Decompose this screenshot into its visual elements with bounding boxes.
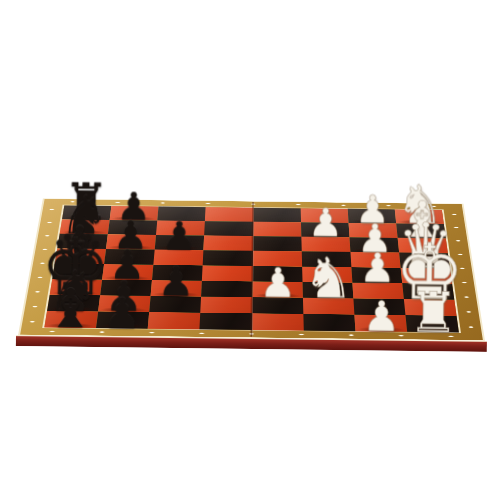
square-d8[interactable] xyxy=(205,207,253,222)
square-c6[interactable]: ♟ xyxy=(155,235,205,250)
square-d4[interactable] xyxy=(202,265,252,281)
board-gold-frame: ♜♟♟♞♞♟♝♟♟♟♝♛♛♟♟♚♟♟♞♚♞♟♝♟♟♜ xyxy=(18,199,485,341)
square-c3[interactable]: ♟ xyxy=(151,280,202,296)
square-d5[interactable] xyxy=(203,250,253,266)
square-d7[interactable] xyxy=(204,221,252,236)
chess-board: ♜♟♟♞♞♟♝♟♟♟♝♛♛♟♟♚♟♟♞♚♞♟♝♟♟♜ xyxy=(18,199,485,341)
square-d1[interactable] xyxy=(200,313,252,330)
square-h1[interactable]: ♜ xyxy=(405,315,458,332)
square-e7[interactable] xyxy=(253,222,301,237)
square-d3[interactable] xyxy=(201,281,252,297)
square-e1[interactable] xyxy=(252,313,304,330)
product-photo-stage: ♜♟♟♞♞♟♝♟♟♟♝♛♛♟♟♚♟♟♞♚♞♟♝♟♟♜ xyxy=(0,0,500,500)
square-d6[interactable] xyxy=(204,236,253,251)
square-e6[interactable] xyxy=(253,236,302,251)
square-g1[interactable]: ♟ xyxy=(354,315,407,332)
square-e8[interactable] xyxy=(253,208,301,223)
square-e2[interactable] xyxy=(252,297,303,314)
square-c1[interactable] xyxy=(148,312,201,329)
square-c2[interactable] xyxy=(149,296,201,313)
square-f1[interactable] xyxy=(303,314,355,331)
square-e3[interactable]: ♟ xyxy=(252,281,303,297)
square-f7[interactable]: ♟ xyxy=(301,222,350,237)
square-f2[interactable] xyxy=(303,298,355,315)
square-b1[interactable]: ♟ xyxy=(96,311,149,328)
square-f3[interactable]: ♞ xyxy=(302,282,353,298)
square-a1[interactable]: ♝ xyxy=(44,311,98,328)
square-d2[interactable] xyxy=(201,297,252,314)
